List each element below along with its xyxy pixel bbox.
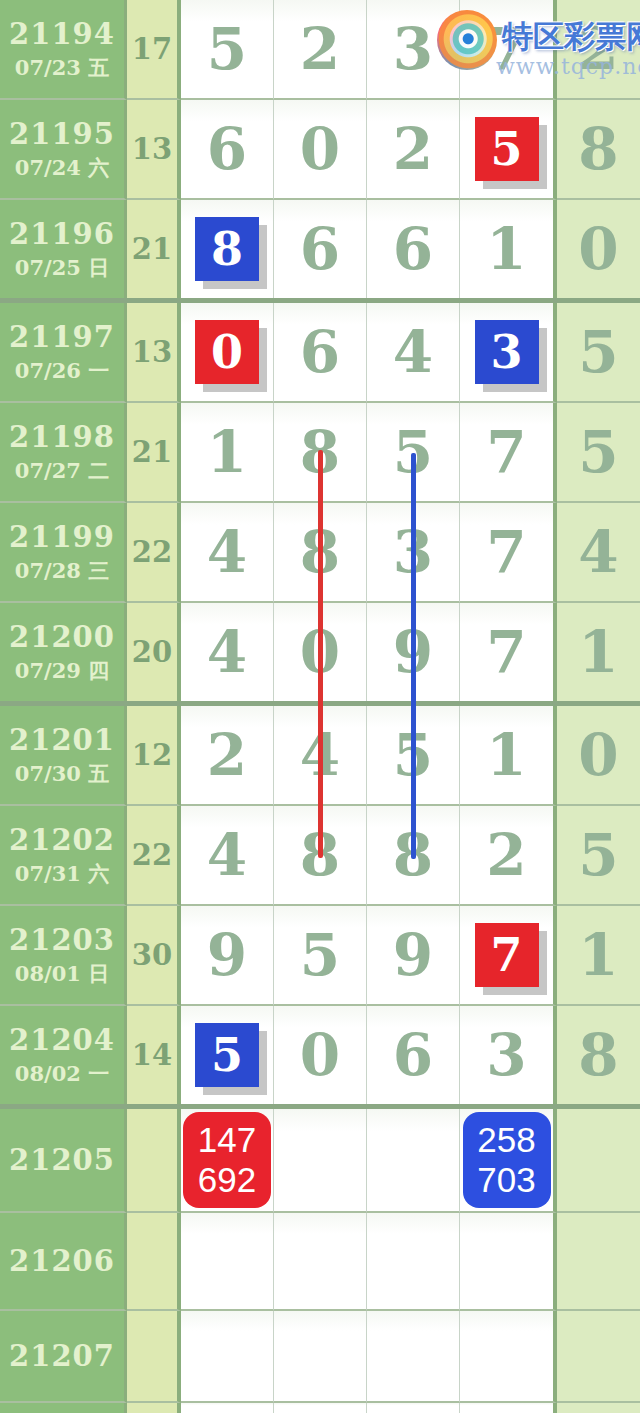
issue-number: 21200 (9, 623, 115, 652)
digit-cell: 6 (367, 1006, 460, 1104)
digit: 5 (578, 826, 618, 884)
highlight-box-red: 5 (475, 117, 539, 181)
issue-number: 21194 (9, 20, 115, 49)
issue-number: 21196 (9, 220, 115, 249)
right-digit-cell: 8 (557, 100, 640, 200)
issue-cell: 2119907/28 三 (0, 503, 127, 603)
issue-number: 21202 (9, 826, 115, 855)
digit: 5 (578, 323, 618, 381)
digit-cell (274, 1109, 367, 1213)
issue-cell: 2119507/24 六 (0, 100, 127, 200)
right-digit-cell: 1 (557, 603, 640, 701)
digit: 8 (578, 1026, 618, 1084)
digit-cell: 6 (181, 100, 274, 200)
issue-cell: 2120007/29 四 (0, 603, 127, 701)
date-label: 08/02 一 (15, 1063, 109, 1084)
right-digit-cell: 8 (557, 1006, 640, 1104)
right-digit-cell: 0 (557, 706, 640, 806)
date-label: 07/24 六 (15, 157, 109, 178)
result-number: 703 (477, 1160, 535, 1200)
row-21195: 2119507/24 六1360258 (0, 100, 640, 200)
sum-cell: 12 (127, 706, 181, 806)
site-logo[interactable]: 特区彩票网 (437, 10, 640, 70)
digit-cell: 2 (181, 706, 274, 806)
highlight-box-blue: 3 (475, 320, 539, 384)
digit-cell: 2 (274, 0, 367, 100)
issue-cell: 2119807/27 二 (0, 403, 127, 503)
issue-cell: 21207 (0, 1311, 127, 1403)
sum-cell (127, 1109, 181, 1213)
date-label: 07/29 四 (15, 660, 109, 681)
digit-cell: 1 (181, 403, 274, 503)
digit-cell: 5 (274, 906, 367, 1006)
digit-cell: 1 (460, 706, 557, 806)
issue-number: 21201 (9, 726, 115, 755)
digit: 1 (486, 220, 526, 278)
digit-cell: 7 (460, 906, 557, 1006)
digit-cell: 5 (181, 1006, 274, 1104)
digit: 0 (578, 726, 618, 784)
date-label: 07/23 五 (15, 57, 109, 78)
digit-cell: 7 (460, 403, 557, 503)
right-digit-cell (557, 1109, 640, 1213)
digit: 9 (207, 926, 247, 984)
sum-cell: 30 (127, 906, 181, 1006)
digit: 6 (393, 1026, 433, 1084)
digit: 2 (207, 726, 247, 784)
digit-cell (460, 1403, 557, 1413)
digit: 9 (393, 926, 433, 984)
digit-cell: 4 (367, 303, 460, 403)
issue-cell: 2119407/23 五 (0, 0, 127, 100)
issue-number: 21197 (9, 323, 115, 352)
digit: 1 (578, 926, 618, 984)
digit: 7 (486, 623, 526, 681)
digit: 3 (486, 1026, 526, 1084)
digit-cell (274, 1213, 367, 1311)
issue-cell: 21206 (0, 1213, 127, 1311)
issue-cell: 2120308/01 日 (0, 906, 127, 1006)
digit: 4 (393, 323, 433, 381)
issue-number: 21205 (9, 1146, 115, 1175)
row-21197: 2119707/26 一1306435 (0, 303, 640, 403)
digit-cell: 7 (460, 603, 557, 701)
sum-cell (127, 1403, 181, 1413)
sum-cell (127, 1213, 181, 1311)
issue-number: 21207 (9, 1342, 115, 1371)
digit-cell: 2 (367, 100, 460, 200)
highlight-box-red: 7 (475, 923, 539, 987)
highlight-box-blue: 5 (195, 1023, 259, 1087)
digit: 3 (393, 20, 433, 78)
digit-cell (367, 1109, 460, 1213)
row-21203: 2120308/01 日3095971 (0, 906, 640, 1006)
result-number: 692 (198, 1160, 256, 1200)
digit-cell (274, 1403, 367, 1413)
issue-cell: 2119607/25 日 (0, 200, 127, 298)
digit-cell: 6 (367, 200, 460, 298)
sum-cell: 21 (127, 403, 181, 503)
right-digit-cell: 4 (557, 503, 640, 603)
digit-cell: 3 (460, 1006, 557, 1104)
digit-cell: 1 (460, 200, 557, 298)
digit: 2 (486, 826, 526, 884)
date-label: 07/26 一 (15, 360, 109, 381)
result-number: 147 (198, 1120, 256, 1160)
digit: 0 (578, 220, 618, 278)
date-label: 07/30 五 (15, 763, 109, 784)
digit-cell: 9 (181, 906, 274, 1006)
issue-number: 21198 (9, 423, 115, 452)
digit: 2 (393, 120, 433, 178)
digit-cell: 258703 (460, 1109, 557, 1213)
digit: 6 (300, 323, 340, 381)
digit-cell: 0 (274, 100, 367, 200)
logo-swirl-icon (437, 10, 497, 70)
result-box-blue: 258703 (463, 1112, 551, 1208)
digit-cell: 9 (367, 906, 460, 1006)
sum-cell: 22 (127, 503, 181, 603)
right-digit-cell (557, 1311, 640, 1403)
issue-number: 21206 (9, 1247, 115, 1276)
digit: 1 (486, 726, 526, 784)
digit: 2 (300, 20, 340, 78)
digit: 5 (207, 20, 247, 78)
digit-cell: 0 (181, 303, 274, 403)
digit: 0 (300, 120, 340, 178)
right-digit-cell: 0 (557, 200, 640, 298)
issue-cell: 2120107/30 五 (0, 706, 127, 806)
digit: 4 (207, 523, 247, 581)
trend-line-red (318, 450, 323, 858)
digit: 7 (486, 423, 526, 481)
right-digit-cell (557, 1213, 640, 1311)
digit-cell: 7 (460, 503, 557, 603)
row-21204: 2120408/02 一1450638 (0, 1006, 640, 1104)
right-digit-cell: 1 (557, 906, 640, 1006)
digit: 8 (578, 120, 618, 178)
right-digit-cell: 5 (557, 403, 640, 503)
digit: 4 (207, 826, 247, 884)
digit-cell: 8 (181, 200, 274, 298)
digit-cell: 4 (181, 503, 274, 603)
digit-cell (181, 1213, 274, 1311)
digit-cell: 6 (274, 303, 367, 403)
result-box-red: 147692 (183, 1112, 271, 1208)
lottery-trend-chart: 2119407/23 五17523722119507/24 六136025821… (0, 0, 640, 1413)
digit: 1 (578, 623, 618, 681)
sum-cell: 22 (127, 806, 181, 906)
digit: 5 (300, 926, 340, 984)
row-21196: 2119607/25 日2186610 (0, 200, 640, 298)
digit-cell (460, 1311, 557, 1403)
sum-cell: 20 (127, 603, 181, 701)
highlight-box-blue: 8 (195, 217, 259, 281)
digit-cell: 3 (460, 303, 557, 403)
date-label: 07/27 二 (15, 460, 109, 481)
date-label: 07/25 日 (15, 257, 109, 278)
digit: 7 (486, 523, 526, 581)
issue-number: 21203 (9, 926, 115, 955)
digit: 6 (300, 220, 340, 278)
digit-cell (274, 1311, 367, 1403)
digit-cell (367, 1213, 460, 1311)
right-digit-cell: 5 (557, 806, 640, 906)
sum-cell (127, 1311, 181, 1403)
digit-cell (460, 1213, 557, 1311)
highlight-box-red: 0 (195, 320, 259, 384)
row-21207: 21207 (0, 1311, 640, 1403)
sum-cell: 13 (127, 100, 181, 200)
digit: 1 (207, 423, 247, 481)
digit-cell (367, 1403, 460, 1413)
digit-cell: 2 (460, 806, 557, 906)
row-21206: 21206 (0, 1213, 640, 1311)
issue-cell: 21205 (0, 1109, 127, 1213)
date-label: 07/28 三 (15, 560, 109, 581)
result-number: 258 (477, 1120, 535, 1160)
issue-number: 21204 (9, 1026, 115, 1055)
digit-cell: 0 (274, 1006, 367, 1104)
digit-cell (367, 1311, 460, 1403)
row-21205: 21205147692258703 (0, 1109, 640, 1213)
sum-cell: 17 (127, 0, 181, 100)
trend-line-blue (411, 453, 416, 859)
digit-cell: 5 (181, 0, 274, 100)
issue-number: 21195 (9, 120, 115, 149)
issue-cell: 2119707/26 一 (0, 303, 127, 403)
digit-cell (181, 1311, 274, 1403)
sum-cell: 14 (127, 1006, 181, 1104)
digit-cell: 6 (274, 200, 367, 298)
issue-number: 21199 (9, 523, 115, 552)
digit-cell: 4 (181, 603, 274, 701)
sum-cell: 21 (127, 200, 181, 298)
digit: 4 (578, 523, 618, 581)
digit: 4 (207, 623, 247, 681)
digit-cell: 5 (460, 100, 557, 200)
date-label: 08/01 日 (15, 963, 109, 984)
right-digit-cell (557, 1403, 640, 1413)
issue-cell: 2120207/31 六 (0, 806, 127, 906)
date-label: 07/31 六 (15, 863, 109, 884)
digit: 0 (300, 1026, 340, 1084)
right-digit-cell: 5 (557, 303, 640, 403)
digit-cell (181, 1403, 274, 1413)
sum-cell: 13 (127, 303, 181, 403)
digit: 5 (578, 423, 618, 481)
issue-cell (0, 1403, 127, 1413)
digit-cell: 4 (181, 806, 274, 906)
digit-cell: 147692 (181, 1109, 274, 1213)
row-partial (0, 1403, 640, 1413)
site-name: 特区彩票网 (502, 16, 640, 58)
issue-cell: 2120408/02 一 (0, 1006, 127, 1104)
digit: 6 (207, 120, 247, 178)
digit: 6 (393, 220, 433, 278)
